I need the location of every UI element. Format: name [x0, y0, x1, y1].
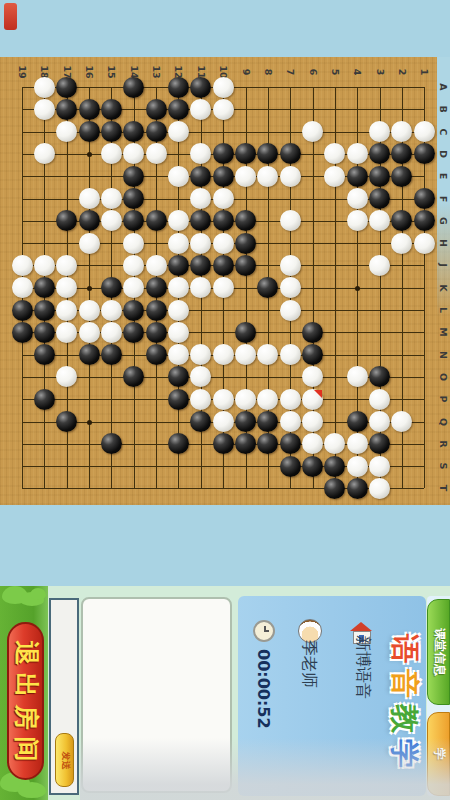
white-stone	[347, 456, 368, 477]
black-stone	[168, 99, 189, 120]
black-stone	[347, 411, 368, 432]
black-stone	[101, 344, 122, 365]
white-stone	[213, 99, 234, 120]
white-stone	[369, 389, 390, 410]
white-stone	[257, 344, 278, 365]
black-stone	[324, 456, 345, 477]
black-stone	[414, 210, 435, 231]
white-stone	[280, 210, 301, 231]
white-stone	[79, 322, 100, 343]
exit-room-button-char: 出	[12, 673, 40, 698]
white-stone	[123, 255, 144, 276]
send-button[interactable]: 发送	[55, 733, 74, 787]
corner-icon	[4, 3, 17, 30]
white-stone	[101, 300, 122, 321]
black-stone	[146, 300, 167, 321]
app-screen: 19181716151413121110987654321ABCDEFGHJKL…	[0, 0, 450, 800]
white-stone	[391, 233, 412, 254]
white-stone	[56, 366, 77, 387]
white-stone	[101, 210, 122, 231]
exit-room-button-char: 房	[12, 705, 40, 730]
message-panel[interactable]	[81, 597, 232, 793]
column-label: 15	[104, 65, 118, 79]
row-label: P	[436, 392, 450, 406]
white-stone	[101, 143, 122, 164]
white-stone	[280, 166, 301, 187]
black-stone	[168, 433, 189, 454]
black-stone	[213, 210, 234, 231]
white-stone	[324, 433, 345, 454]
row-label: E	[436, 169, 450, 183]
white-stone	[235, 389, 256, 410]
black-stone	[235, 143, 256, 164]
voice-teaching-logo: 语音教学	[390, 634, 424, 798]
white-stone	[257, 389, 278, 410]
column-label: 8	[261, 65, 275, 79]
send-button-label: 发送	[58, 751, 71, 769]
white-stone	[190, 389, 211, 410]
black-stone	[280, 456, 301, 477]
black-stone	[146, 344, 167, 365]
black-stone	[324, 478, 345, 499]
black-stone	[146, 277, 167, 298]
bottom-control-bar: 退出房间 发送 00:00:52 季老师 新博语音 语音教学 课堂信息 学	[0, 586, 450, 800]
white-stone	[123, 277, 144, 298]
column-label: 2	[395, 65, 409, 79]
row-label: M	[436, 325, 450, 339]
black-stone	[235, 411, 256, 432]
white-stone	[168, 300, 189, 321]
black-stone	[347, 478, 368, 499]
row-label: S	[436, 459, 450, 473]
black-stone	[190, 255, 211, 276]
black-stone	[146, 210, 167, 231]
black-stone	[79, 99, 100, 120]
black-stone	[369, 433, 390, 454]
black-stone	[101, 433, 122, 454]
white-stone	[280, 255, 301, 276]
column-label: 9	[239, 65, 253, 79]
white-stone	[213, 344, 234, 365]
black-stone	[12, 322, 33, 343]
black-stone	[347, 166, 368, 187]
clock-icon	[253, 620, 275, 642]
white-stone	[123, 143, 144, 164]
tab-classroom-info[interactable]: 课堂信息	[427, 599, 450, 705]
black-stone	[302, 344, 323, 365]
row-label: T	[436, 481, 450, 495]
black-stone	[213, 255, 234, 276]
black-stone	[146, 99, 167, 120]
row-label: N	[436, 348, 450, 362]
white-stone	[324, 166, 345, 187]
leaf-decoration	[18, 782, 46, 798]
white-stone	[168, 277, 189, 298]
chat-input-column[interactable]: 发送	[49, 598, 79, 795]
logo-char: 音	[388, 669, 422, 704]
black-stone	[257, 143, 278, 164]
black-stone	[123, 166, 144, 187]
white-stone	[146, 143, 167, 164]
row-label: D	[436, 147, 450, 161]
white-stone	[302, 433, 323, 454]
white-stone	[213, 277, 234, 298]
white-stone	[213, 233, 234, 254]
white-stone	[302, 389, 323, 410]
row-label: F	[436, 192, 450, 206]
row-label: C	[436, 125, 450, 139]
white-stone	[347, 210, 368, 231]
tab-student[interactable]: 学	[427, 712, 450, 796]
black-stone	[34, 344, 55, 365]
row-label: B	[436, 102, 450, 116]
classroom-info-panel: 00:00:52 季老师 新博语音 语音教学	[238, 596, 426, 796]
white-stone	[168, 121, 189, 142]
white-stone	[168, 166, 189, 187]
black-stone	[235, 433, 256, 454]
star-point	[87, 286, 92, 291]
white-stone	[369, 478, 390, 499]
white-stone	[190, 233, 211, 254]
black-stone	[391, 143, 412, 164]
white-stone	[280, 389, 301, 410]
white-stone	[213, 188, 234, 209]
row-label: K	[436, 281, 450, 295]
white-stone	[79, 188, 100, 209]
black-stone	[123, 366, 144, 387]
black-stone	[101, 99, 122, 120]
column-label: 7	[283, 65, 297, 79]
column-label: 6	[306, 65, 320, 79]
game-clock: 00:00:52	[255, 649, 273, 759]
leaf-decoration	[30, 588, 46, 600]
white-stone	[146, 255, 167, 276]
white-stone	[56, 255, 77, 276]
black-stone	[123, 77, 144, 98]
black-stone	[235, 233, 256, 254]
column-label: 1	[417, 65, 431, 79]
black-stone	[391, 210, 412, 231]
column-label: 16	[82, 65, 96, 79]
black-stone	[257, 433, 278, 454]
white-stone	[213, 77, 234, 98]
black-stone	[302, 322, 323, 343]
black-stone	[168, 77, 189, 98]
black-stone	[56, 210, 77, 231]
black-stone	[123, 300, 144, 321]
black-stone	[190, 77, 211, 98]
black-stone	[190, 166, 211, 187]
column-label: 4	[350, 65, 364, 79]
black-stone	[34, 389, 55, 410]
black-stone	[235, 210, 256, 231]
column-label: 13	[149, 65, 163, 79]
white-stone	[414, 121, 435, 142]
black-stone	[414, 188, 435, 209]
white-stone	[414, 233, 435, 254]
white-stone	[34, 143, 55, 164]
top-background-band	[0, 0, 450, 57]
row-label: A	[436, 80, 450, 94]
white-stone	[347, 433, 368, 454]
exit-room-button-char: 间	[12, 737, 40, 762]
white-stone	[34, 255, 55, 276]
star-point	[87, 420, 92, 425]
white-stone	[280, 344, 301, 365]
black-stone	[34, 300, 55, 321]
black-stone	[146, 322, 167, 343]
black-stone	[12, 300, 33, 321]
exit-room-button[interactable]: 退出房间	[7, 622, 44, 780]
black-stone	[391, 166, 412, 187]
teacher-name: 季老师	[301, 640, 319, 706]
white-stone	[324, 143, 345, 164]
white-stone	[168, 344, 189, 365]
black-stone	[414, 143, 435, 164]
white-stone	[235, 344, 256, 365]
white-stone	[34, 77, 55, 98]
white-stone	[168, 322, 189, 343]
white-stone	[168, 233, 189, 254]
black-stone	[34, 322, 55, 343]
white-stone	[190, 277, 211, 298]
white-stone	[302, 411, 323, 432]
row-label: H	[436, 236, 450, 250]
black-stone	[168, 366, 189, 387]
black-stone	[79, 121, 100, 142]
black-stone	[257, 411, 278, 432]
white-stone	[347, 188, 368, 209]
column-label: 3	[373, 65, 387, 79]
black-stone	[369, 143, 390, 164]
white-stone	[56, 277, 77, 298]
white-stone	[79, 233, 100, 254]
black-stone	[123, 210, 144, 231]
white-stone	[190, 99, 211, 120]
black-stone	[213, 433, 234, 454]
black-stone	[235, 255, 256, 276]
side-tabs: 课堂信息 学	[427, 596, 450, 796]
black-stone	[101, 277, 122, 298]
white-stone	[56, 300, 77, 321]
white-stone	[213, 411, 234, 432]
row-label: L	[436, 303, 450, 317]
white-stone	[12, 277, 33, 298]
last-move-marker	[314, 390, 322, 398]
black-stone	[369, 188, 390, 209]
white-stone	[101, 188, 122, 209]
white-stone	[56, 121, 77, 142]
exit-room-button-char: 退	[12, 641, 40, 666]
white-stone	[369, 210, 390, 231]
white-stone	[123, 233, 144, 254]
white-stone	[235, 166, 256, 187]
black-stone	[79, 344, 100, 365]
white-stone	[302, 121, 323, 142]
black-stone	[190, 411, 211, 432]
star-point	[87, 152, 92, 157]
black-stone	[280, 433, 301, 454]
white-stone	[280, 300, 301, 321]
white-stone	[34, 99, 55, 120]
white-stone	[213, 389, 234, 410]
column-label: 19	[15, 65, 29, 79]
black-stone	[123, 188, 144, 209]
black-stone	[168, 389, 189, 410]
black-stone	[56, 99, 77, 120]
star-point	[355, 286, 360, 291]
tab-classroom-info-label: 课堂信息	[430, 628, 447, 676]
white-stone	[101, 322, 122, 343]
row-label: J	[436, 258, 450, 272]
room-name: 新博语音	[355, 635, 373, 719]
white-stone	[369, 411, 390, 432]
white-stone	[190, 188, 211, 209]
black-stone	[123, 121, 144, 142]
white-stone	[56, 322, 77, 343]
white-stone	[79, 300, 100, 321]
middle-background-band	[0, 505, 450, 586]
logo-char: 语	[388, 634, 422, 669]
black-stone	[369, 366, 390, 387]
black-stone	[123, 322, 144, 343]
black-stone	[190, 210, 211, 231]
white-stone	[280, 411, 301, 432]
black-stone	[213, 143, 234, 164]
white-stone	[369, 456, 390, 477]
black-stone	[280, 143, 301, 164]
board-corner-glare	[437, 57, 450, 317]
black-stone	[168, 255, 189, 276]
black-stone	[235, 322, 256, 343]
logo-char: 教	[388, 704, 422, 739]
black-stone	[56, 411, 77, 432]
white-stone	[369, 121, 390, 142]
row-label: O	[436, 370, 450, 384]
row-label: R	[436, 437, 450, 451]
row-label: Q	[436, 415, 450, 429]
black-stone	[79, 210, 100, 231]
black-stone	[369, 166, 390, 187]
black-stone	[257, 277, 278, 298]
white-stone	[190, 344, 211, 365]
white-stone	[280, 277, 301, 298]
go-board[interactable]: 19181716151413121110987654321ABCDEFGHJKL…	[0, 57, 450, 505]
white-stone	[391, 121, 412, 142]
white-stone	[168, 210, 189, 231]
white-stone	[369, 255, 390, 276]
black-stone	[34, 277, 55, 298]
white-stone	[347, 366, 368, 387]
white-stone	[391, 411, 412, 432]
white-stone	[302, 366, 323, 387]
column-label: 5	[328, 65, 342, 79]
black-stone	[213, 166, 234, 187]
row-label: G	[436, 214, 450, 228]
white-stone	[12, 255, 33, 276]
black-stone	[146, 121, 167, 142]
white-stone	[190, 143, 211, 164]
white-stone	[257, 166, 278, 187]
logo-char: 学	[388, 739, 422, 774]
white-stone	[190, 366, 211, 387]
black-stone	[302, 456, 323, 477]
black-stone	[101, 121, 122, 142]
white-stone	[347, 143, 368, 164]
black-stone	[56, 77, 77, 98]
tab-student-label: 学	[430, 748, 447, 760]
